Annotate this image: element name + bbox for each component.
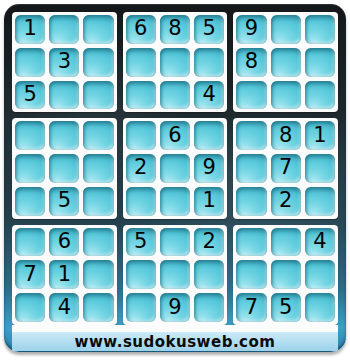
cell-r1c6[interactable]: 5 — [194, 15, 224, 44]
cell-r5c9[interactable] — [305, 154, 335, 183]
given-digit: 4 — [313, 231, 326, 252]
cell-r5c7[interactable] — [236, 154, 266, 183]
cell-r6c4[interactable] — [126, 187, 156, 216]
cell-r1c8[interactable] — [271, 15, 301, 44]
cell-r7c1[interactable] — [15, 228, 45, 257]
cell-r1c1[interactable]: 1 — [15, 15, 45, 44]
given-digit: 9 — [203, 157, 216, 178]
cell-r3c3[interactable] — [83, 81, 113, 110]
sudoku-box-r1c1: 6291 — [123, 118, 228, 218]
cell-r2c1[interactable] — [15, 48, 45, 77]
cell-r3c7[interactable] — [236, 81, 266, 110]
cell-r7c9[interactable]: 4 — [305, 228, 335, 257]
cell-r2c3[interactable] — [83, 48, 113, 77]
cell-r1c2[interactable] — [49, 15, 79, 44]
cell-r2c2[interactable]: 3 — [49, 48, 79, 77]
cell-r2c8[interactable] — [271, 48, 301, 77]
given-digit: 1 — [58, 264, 71, 285]
given-digit: 8 — [279, 125, 292, 146]
given-digit: 1 — [313, 125, 326, 146]
cell-r8c3[interactable] — [83, 260, 113, 289]
cell-r3c9[interactable] — [305, 81, 335, 110]
cell-r2c7[interactable]: 8 — [236, 48, 266, 77]
cell-r8c6[interactable] — [194, 260, 224, 289]
cell-r5c2[interactable] — [49, 154, 79, 183]
given-digit: 1 — [203, 190, 216, 211]
given-digit: 9 — [245, 18, 258, 39]
cell-r4c2[interactable] — [49, 121, 79, 150]
given-digit: 4 — [58, 297, 71, 318]
given-digit: 2 — [279, 190, 292, 211]
cell-r3c1[interactable]: 5 — [15, 81, 45, 110]
sudoku-box-r1c0: 5 — [12, 118, 117, 218]
cell-r1c4[interactable]: 6 — [126, 15, 156, 44]
cell-r9c3[interactable] — [83, 293, 113, 322]
cell-r2c4[interactable] — [126, 48, 156, 77]
cell-r3c5[interactable] — [160, 81, 190, 110]
given-digit: 5 — [134, 231, 147, 252]
given-digit: 5 — [23, 84, 36, 105]
cell-r1c3[interactable] — [83, 15, 113, 44]
sudoku-box-r0c1: 6854 — [123, 12, 228, 112]
cell-r1c5[interactable]: 8 — [160, 15, 190, 44]
given-digit: 5 — [279, 297, 292, 318]
cell-r7c3[interactable] — [83, 228, 113, 257]
cell-r9c4[interactable] — [126, 293, 156, 322]
given-digit: 3 — [58, 51, 71, 72]
cell-r9c7[interactable]: 7 — [236, 293, 266, 322]
cell-r6c5[interactable] — [160, 187, 190, 216]
given-digit: 1 — [23, 18, 36, 39]
cell-r4c7[interactable] — [236, 121, 266, 150]
cell-r1c7[interactable]: 9 — [236, 15, 266, 44]
cell-r6c1[interactable] — [15, 187, 45, 216]
given-digit: 2 — [134, 157, 147, 178]
cell-r6c6[interactable]: 1 — [194, 187, 224, 216]
cell-r2c9[interactable] — [305, 48, 335, 77]
cell-r8c8[interactable] — [271, 260, 301, 289]
given-digit: 6 — [168, 125, 181, 146]
footer-divider — [12, 325, 338, 332]
cell-r4c1[interactable] — [15, 121, 45, 150]
cell-r2c6[interactable] — [194, 48, 224, 77]
sudoku-box-r2c2: 475 — [233, 225, 338, 325]
cell-r4c6[interactable] — [194, 121, 224, 150]
cell-r2c5[interactable] — [160, 48, 190, 77]
cell-r8c2[interactable]: 1 — [49, 260, 79, 289]
cell-r9c8[interactable]: 5 — [271, 293, 301, 322]
cell-r7c6[interactable]: 2 — [194, 228, 224, 257]
cell-r1c9[interactable] — [305, 15, 335, 44]
given-digit: 6 — [58, 231, 71, 252]
cell-r5c8[interactable]: 7 — [271, 154, 301, 183]
sudoku-box-r0c0: 135 — [12, 12, 117, 112]
given-digit: 8 — [245, 51, 258, 72]
cell-r7c8[interactable] — [271, 228, 301, 257]
cell-r6c8[interactable]: 2 — [271, 187, 301, 216]
cell-r8c1[interactable]: 7 — [15, 260, 45, 289]
cell-r5c4[interactable]: 2 — [126, 154, 156, 183]
cell-r8c4[interactable] — [126, 260, 156, 289]
given-digit: 8 — [168, 18, 181, 39]
cell-r4c8[interactable]: 8 — [271, 121, 301, 150]
given-digit: 2 — [203, 231, 216, 252]
given-digit: 5 — [58, 190, 71, 211]
cell-r9c9[interactable] — [305, 293, 335, 322]
sudoku-board: 135 6854 98 5 6291 8172 6714 529 475 — [12, 12, 338, 325]
cell-r6c2[interactable]: 5 — [49, 187, 79, 216]
cell-r6c3[interactable] — [83, 187, 113, 216]
cell-r3c6[interactable]: 4 — [194, 81, 224, 110]
cell-r8c9[interactable] — [305, 260, 335, 289]
cell-r3c4[interactable] — [126, 81, 156, 110]
cell-r4c9[interactable]: 1 — [305, 121, 335, 150]
cell-r4c5[interactable]: 6 — [160, 121, 190, 150]
sudoku-card: 135 6854 98 5 6291 8172 6714 529 475 www… — [4, 4, 346, 352]
cell-r8c5[interactable] — [160, 260, 190, 289]
cell-r4c4[interactable] — [126, 121, 156, 150]
given-digit: 7 — [23, 264, 36, 285]
cell-r3c2[interactable] — [49, 81, 79, 110]
cell-r7c7[interactable] — [236, 228, 266, 257]
cell-r9c1[interactable] — [15, 293, 45, 322]
cell-r5c1[interactable] — [15, 154, 45, 183]
sudoku-box-r2c0: 6714 — [12, 225, 117, 325]
sudoku-box-r0c2: 98 — [233, 12, 338, 112]
cell-r7c2[interactable]: 6 — [49, 228, 79, 257]
cell-r9c5[interactable]: 9 — [160, 293, 190, 322]
cell-r3c8[interactable] — [271, 81, 301, 110]
sudoku-box-r1c2: 8172 — [233, 118, 338, 218]
cell-r6c7[interactable] — [236, 187, 266, 216]
cell-r8c7[interactable] — [236, 260, 266, 289]
sudoku-box-r2c1: 529 — [123, 225, 228, 325]
given-digit: 5 — [203, 18, 216, 39]
cell-r4c3[interactable] — [83, 121, 113, 150]
given-digit: 9 — [168, 297, 181, 318]
cell-r7c4[interactable]: 5 — [126, 228, 156, 257]
cell-r9c2[interactable]: 4 — [49, 293, 79, 322]
cell-r5c3[interactable] — [83, 154, 113, 183]
cell-r9c6[interactable] — [194, 293, 224, 322]
site-url-link[interactable]: www.sudokusweb.com — [75, 333, 276, 351]
given-digit: 7 — [245, 297, 258, 318]
given-digit: 6 — [134, 18, 147, 39]
cell-r5c6[interactable]: 9 — [194, 154, 224, 183]
given-digit: 4 — [203, 84, 216, 105]
cell-r5c5[interactable] — [160, 154, 190, 183]
cell-r7c5[interactable] — [160, 228, 190, 257]
given-digit: 7 — [279, 157, 292, 178]
cell-r6c9[interactable] — [305, 187, 335, 216]
footer: www.sudokusweb.com — [12, 332, 338, 351]
